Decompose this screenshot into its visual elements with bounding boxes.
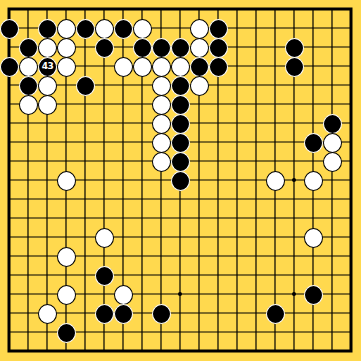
stone-white bbox=[152, 76, 171, 96]
board-intersection bbox=[323, 152, 342, 171]
board-intersection bbox=[57, 171, 76, 190]
board-intersection bbox=[190, 57, 209, 76]
board-intersection bbox=[323, 114, 342, 133]
board-intersection bbox=[38, 95, 57, 114]
stone-white bbox=[152, 114, 171, 134]
board-intersection bbox=[152, 38, 171, 57]
board-intersection bbox=[95, 19, 114, 38]
stone-white bbox=[133, 19, 152, 39]
stone-white bbox=[95, 228, 114, 248]
board-intersection bbox=[152, 133, 171, 152]
board-intersection bbox=[152, 304, 171, 323]
board-intersection bbox=[209, 57, 228, 76]
board-intersection: 43 bbox=[38, 57, 57, 76]
board-intersection bbox=[38, 304, 57, 323]
stone-white bbox=[133, 57, 152, 77]
stone-white bbox=[95, 19, 114, 39]
stone-black bbox=[209, 57, 228, 77]
board-intersection bbox=[304, 285, 323, 304]
board-intersection bbox=[57, 38, 76, 57]
board-intersection bbox=[57, 285, 76, 304]
board-intersection bbox=[95, 266, 114, 285]
stone-black bbox=[171, 152, 190, 172]
stone-black bbox=[57, 323, 76, 343]
board-intersection bbox=[19, 76, 38, 95]
stone-black bbox=[209, 38, 228, 58]
stone-white bbox=[190, 76, 209, 96]
stone-black bbox=[304, 133, 323, 153]
board-intersection bbox=[285, 57, 304, 76]
stone-white bbox=[152, 95, 171, 115]
board-intersection bbox=[171, 57, 190, 76]
stone-white bbox=[171, 57, 190, 77]
board-intersection bbox=[114, 285, 133, 304]
stone-black bbox=[266, 304, 285, 324]
board-intersection bbox=[190, 38, 209, 57]
stone-white bbox=[152, 133, 171, 153]
stone-white bbox=[152, 152, 171, 172]
board-intersection bbox=[190, 19, 209, 38]
stone-white bbox=[38, 95, 57, 115]
board-intersection bbox=[57, 19, 76, 38]
stone-white bbox=[190, 19, 209, 39]
board-intersection bbox=[171, 38, 190, 57]
move-number-label: 43 bbox=[42, 62, 54, 71]
stone-white bbox=[304, 228, 323, 248]
board-intersection bbox=[95, 228, 114, 247]
stone-white bbox=[323, 133, 342, 153]
board-intersection bbox=[95, 304, 114, 323]
stone-black bbox=[171, 133, 190, 153]
board-intersection bbox=[171, 152, 190, 171]
stone-black bbox=[76, 19, 95, 39]
stone-black bbox=[171, 95, 190, 115]
board-intersection bbox=[304, 228, 323, 247]
board-intersection bbox=[171, 114, 190, 133]
stone-black bbox=[38, 19, 57, 39]
board-intersection bbox=[152, 114, 171, 133]
board-intersection bbox=[171, 95, 190, 114]
stone-white bbox=[57, 247, 76, 267]
board-intersection bbox=[171, 133, 190, 152]
board-intersection bbox=[323, 133, 342, 152]
board-intersection bbox=[171, 76, 190, 95]
stone-black bbox=[95, 38, 114, 58]
board-intersection bbox=[152, 95, 171, 114]
board-intersection bbox=[38, 19, 57, 38]
board-intersection bbox=[114, 304, 133, 323]
board-intersection bbox=[152, 57, 171, 76]
board-intersection bbox=[266, 304, 285, 323]
go-board: 43 bbox=[0, 0, 361, 361]
board-intersection bbox=[133, 19, 152, 38]
stone-white bbox=[323, 152, 342, 172]
stone-black bbox=[152, 304, 171, 324]
board-intersection bbox=[76, 76, 95, 95]
board-intersection bbox=[209, 38, 228, 57]
stone-black bbox=[19, 76, 38, 96]
stone-black bbox=[323, 114, 342, 134]
board-intersection bbox=[304, 171, 323, 190]
board-intersection bbox=[171, 171, 190, 190]
stone-black bbox=[209, 19, 228, 39]
stone-black bbox=[171, 38, 190, 58]
board-intersection bbox=[57, 323, 76, 342]
stone-black bbox=[0, 57, 19, 77]
board-intersection bbox=[19, 38, 38, 57]
board-intersection bbox=[19, 95, 38, 114]
board-intersection bbox=[19, 57, 38, 76]
board-intersection bbox=[190, 76, 209, 95]
board-intersection bbox=[133, 38, 152, 57]
stone-black bbox=[285, 38, 304, 58]
stone-white bbox=[152, 57, 171, 77]
board-intersection bbox=[57, 57, 76, 76]
stone-white bbox=[57, 285, 76, 305]
stone-black bbox=[152, 38, 171, 58]
board-intersection bbox=[152, 152, 171, 171]
stone-white bbox=[38, 38, 57, 58]
stone-white bbox=[304, 171, 323, 191]
stone-white bbox=[57, 57, 76, 77]
stone-black bbox=[171, 114, 190, 134]
stone-black bbox=[190, 57, 209, 77]
stone-white bbox=[190, 38, 209, 58]
stone-black bbox=[19, 38, 38, 58]
stone-black bbox=[76, 76, 95, 96]
board-intersection bbox=[38, 38, 57, 57]
stone-white bbox=[57, 19, 76, 39]
stone-white bbox=[114, 57, 133, 77]
board-intersection bbox=[0, 19, 19, 38]
stone-black bbox=[133, 38, 152, 58]
board-intersection bbox=[114, 57, 133, 76]
stone-white bbox=[57, 38, 76, 58]
stone-white bbox=[19, 57, 38, 77]
stone-white bbox=[38, 304, 57, 324]
stone-white bbox=[38, 76, 57, 96]
stone-black bbox=[95, 266, 114, 286]
stone-black bbox=[171, 171, 190, 191]
stone-black bbox=[0, 19, 19, 39]
stone-black bbox=[114, 19, 133, 39]
board-intersection bbox=[57, 247, 76, 266]
go-board-diagram: 43 bbox=[0, 0, 361, 361]
board-intersection bbox=[38, 76, 57, 95]
stone-black bbox=[285, 57, 304, 77]
stone-black bbox=[171, 76, 190, 96]
stone-white bbox=[266, 171, 285, 191]
stone-black bbox=[304, 285, 323, 305]
board-intersection bbox=[285, 38, 304, 57]
board-intersection bbox=[114, 19, 133, 38]
stone-black: 43 bbox=[38, 57, 57, 77]
board-intersection bbox=[95, 38, 114, 57]
board-intersection bbox=[133, 57, 152, 76]
stone-black bbox=[95, 304, 114, 324]
board-intersection bbox=[0, 57, 19, 76]
board-intersection bbox=[152, 76, 171, 95]
stone-white bbox=[19, 95, 38, 115]
board-intersection bbox=[76, 19, 95, 38]
board-intersection bbox=[266, 171, 285, 190]
board-intersection bbox=[209, 19, 228, 38]
board-intersection bbox=[304, 133, 323, 152]
stone-white bbox=[114, 285, 133, 305]
stone-white bbox=[57, 171, 76, 191]
stone-black bbox=[114, 304, 133, 324]
